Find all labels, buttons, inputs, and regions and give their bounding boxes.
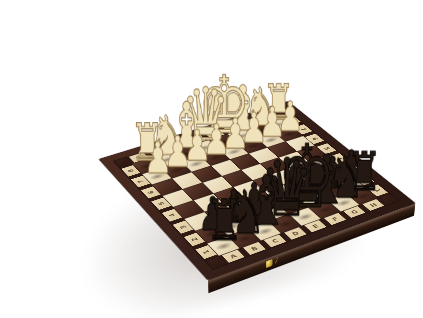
black-rook: ♜ [206, 195, 244, 247]
product-photo: ABCDEFGH8♜♞♝♛♚♝♞♜87♟♟♟♟♟♟♟♟7665544332♟♟♟… [0, 0, 423, 318]
brass-clasp-front [266, 259, 273, 268]
clasp-hook-icon [269, 254, 278, 265]
